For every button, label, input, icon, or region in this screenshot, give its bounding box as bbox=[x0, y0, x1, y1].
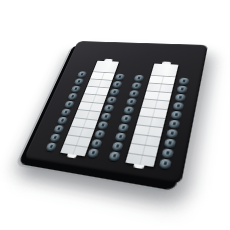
key-button[interactable] bbox=[94, 129, 106, 138]
key-button[interactable] bbox=[164, 138, 176, 148]
key-button[interactable] bbox=[87, 148, 99, 158]
label-cell bbox=[60, 143, 88, 156]
expansion-module bbox=[24, 41, 208, 184]
key-button[interactable] bbox=[106, 96, 117, 104]
key-button[interactable] bbox=[120, 114, 132, 123]
key-button[interactable] bbox=[67, 93, 78, 101]
key-button[interactable] bbox=[118, 123, 130, 132]
key-button[interactable] bbox=[171, 110, 183, 119]
key-button[interactable] bbox=[112, 81, 123, 88]
key-button[interactable] bbox=[57, 116, 68, 124]
key-button[interactable] bbox=[134, 74, 145, 81]
key-button[interactable] bbox=[112, 141, 124, 151]
key-button[interactable] bbox=[97, 121, 109, 130]
device-face bbox=[24, 41, 208, 184]
key-button[interactable] bbox=[45, 142, 57, 151]
key-button[interactable] bbox=[129, 90, 140, 98]
key-button[interactable] bbox=[115, 132, 127, 141]
key-button[interactable] bbox=[123, 106, 134, 114]
key-button[interactable] bbox=[175, 93, 186, 101]
key-button[interactable] bbox=[159, 158, 172, 169]
key-button[interactable] bbox=[49, 133, 61, 142]
key-button[interactable] bbox=[60, 108, 71, 116]
product-photo bbox=[0, 0, 230, 230]
key-button[interactable] bbox=[131, 82, 142, 90]
key-button[interactable] bbox=[71, 85, 82, 92]
key-button[interactable] bbox=[103, 104, 114, 112]
key-button[interactable] bbox=[74, 78, 84, 85]
key-button[interactable] bbox=[177, 85, 188, 93]
key-button[interactable] bbox=[100, 112, 111, 121]
key-button[interactable] bbox=[108, 151, 120, 161]
key-button[interactable] bbox=[179, 77, 190, 85]
key-button[interactable] bbox=[168, 119, 180, 128]
key-button[interactable] bbox=[166, 128, 178, 138]
key-button[interactable] bbox=[53, 124, 64, 133]
key-button[interactable] bbox=[115, 73, 126, 80]
key-button[interactable] bbox=[64, 100, 75, 108]
key-button[interactable] bbox=[109, 88, 120, 96]
key-button[interactable] bbox=[77, 71, 87, 78]
key-button[interactable] bbox=[91, 138, 103, 148]
key-button[interactable] bbox=[126, 98, 137, 106]
key-button[interactable] bbox=[161, 148, 174, 159]
key-button[interactable] bbox=[173, 102, 185, 111]
